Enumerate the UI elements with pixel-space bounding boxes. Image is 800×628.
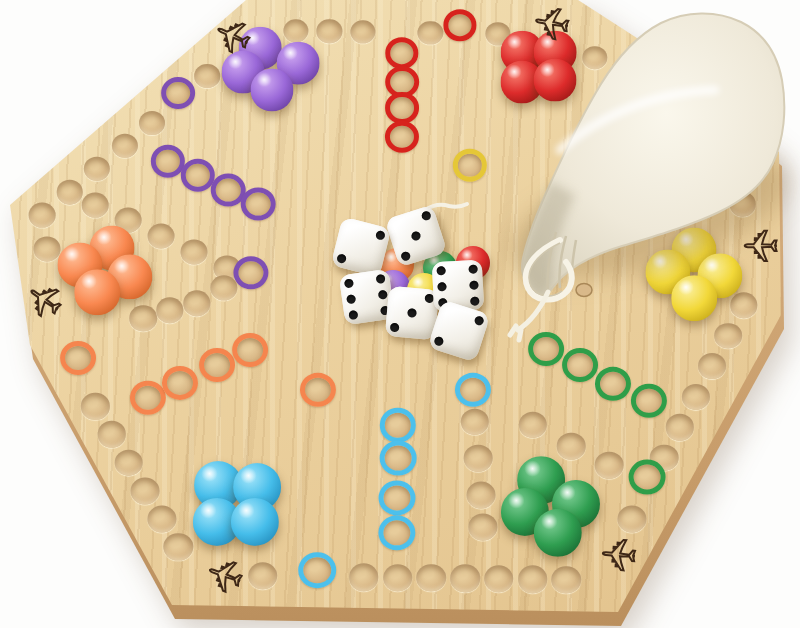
die-pip	[344, 278, 354, 288]
die-pip	[390, 323, 400, 333]
die-pip	[421, 210, 432, 221]
die-pip	[436, 266, 445, 275]
die-pip	[470, 296, 479, 305]
die-pip	[468, 264, 477, 273]
die-pip	[407, 308, 417, 318]
die-pip	[378, 290, 388, 300]
die-pip	[375, 230, 386, 241]
die-pip	[346, 294, 356, 304]
die-pip	[336, 253, 347, 264]
die-showing-3[interactable]	[385, 286, 439, 340]
die-pip	[348, 310, 358, 320]
die-pip	[473, 315, 484, 326]
scene: ✈✈✈✈✈✈	[0, 0, 800, 628]
die-pip	[469, 280, 478, 289]
die-pip	[437, 282, 446, 291]
spilled-items-layer	[0, 0, 800, 628]
die-pip	[410, 230, 421, 241]
die-pip	[400, 250, 411, 261]
die-pip	[376, 274, 386, 284]
die-pip	[433, 336, 444, 347]
